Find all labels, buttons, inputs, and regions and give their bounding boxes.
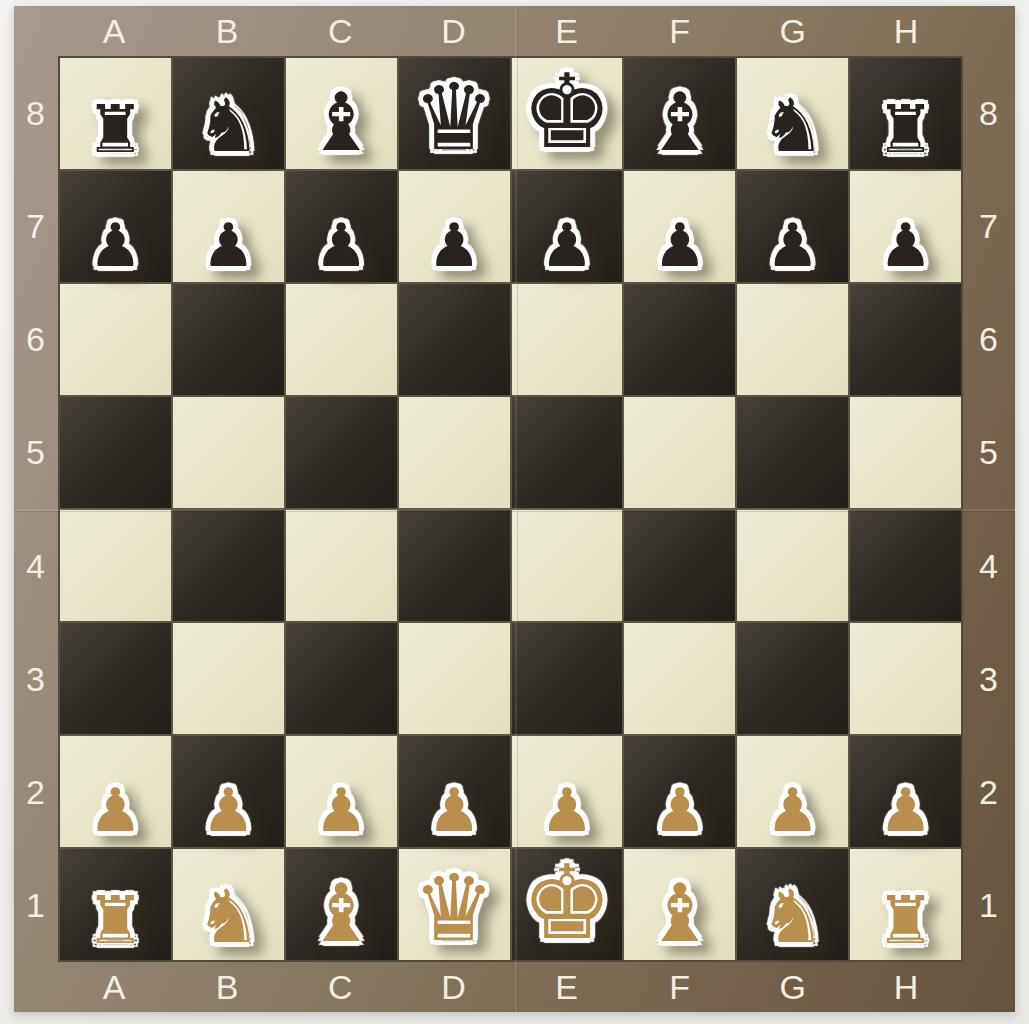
square-g2[interactable]: ♟ bbox=[737, 736, 848, 847]
rank-label-right-7: 7 bbox=[963, 169, 1015, 282]
chess-board: ABCDEFGH ABCDEFGH 87654321 87654321 ♜♞♝♛… bbox=[14, 6, 1015, 1012]
square-b7[interactable]: ♟ bbox=[173, 171, 284, 282]
file-label-bottom-b: B bbox=[171, 962, 284, 1012]
square-g4[interactable] bbox=[737, 510, 848, 621]
square-b5[interactable] bbox=[173, 397, 284, 508]
square-c1[interactable]: ♝ bbox=[286, 849, 397, 960]
piece-white-rook-a1[interactable]: ♜ bbox=[86, 889, 145, 960]
square-h4[interactable] bbox=[850, 510, 961, 621]
piece-black-pawn-e7[interactable]: ♟ bbox=[540, 217, 594, 282]
piece-white-bishop-c1[interactable]: ♝ bbox=[305, 876, 377, 960]
file-label-top-c: C bbox=[284, 6, 397, 56]
rank-label-right-4: 4 bbox=[963, 509, 1015, 622]
rank-label-left-4: 4 bbox=[14, 509, 58, 622]
piece-white-rook-h1[interactable]: ♜ bbox=[876, 889, 935, 960]
piece-black-queen-d8[interactable]: ♛ bbox=[413, 74, 495, 169]
square-f6[interactable] bbox=[624, 284, 735, 395]
square-d2[interactable]: ♟ bbox=[399, 736, 510, 847]
square-g7[interactable]: ♟ bbox=[737, 171, 848, 282]
file-label-top-b: B bbox=[171, 6, 284, 56]
rank-label-left-6: 6 bbox=[14, 283, 58, 396]
piece-white-pawn-c2[interactable]: ♟ bbox=[314, 782, 368, 847]
square-e4[interactable] bbox=[512, 510, 623, 621]
piece-black-pawn-c7[interactable]: ♟ bbox=[314, 217, 368, 282]
square-b1[interactable]: ♞ bbox=[173, 849, 284, 960]
square-c7[interactable]: ♟ bbox=[286, 171, 397, 282]
rank-label-right-1: 1 bbox=[963, 849, 1015, 962]
piece-white-knight-g1[interactable]: ♞ bbox=[760, 882, 826, 960]
square-c5[interactable] bbox=[286, 397, 397, 508]
square-e6[interactable] bbox=[512, 284, 623, 395]
square-e5[interactable] bbox=[512, 397, 623, 508]
square-f2[interactable]: ♟ bbox=[624, 736, 735, 847]
square-f4[interactable] bbox=[624, 510, 735, 621]
piece-white-pawn-f2[interactable]: ♟ bbox=[653, 782, 707, 847]
file-label-bottom-f: F bbox=[624, 962, 737, 1012]
square-h3[interactable] bbox=[850, 623, 961, 734]
square-c8[interactable]: ♝ bbox=[286, 58, 397, 169]
piece-white-pawn-a2[interactable]: ♟ bbox=[89, 782, 143, 847]
square-c2[interactable]: ♟ bbox=[286, 736, 397, 847]
square-d7[interactable]: ♟ bbox=[399, 171, 510, 282]
piece-black-knight-b8[interactable]: ♞ bbox=[195, 91, 261, 169]
rank-label-right-3: 3 bbox=[963, 622, 1015, 735]
piece-white-pawn-g2[interactable]: ♟ bbox=[766, 782, 820, 847]
square-h2[interactable]: ♟ bbox=[850, 736, 961, 847]
square-e8[interactable]: ♚ bbox=[512, 58, 623, 169]
file-label-top-a: A bbox=[58, 6, 171, 56]
piece-white-bishop-f1[interactable]: ♝ bbox=[644, 876, 716, 960]
square-d8[interactable]: ♛ bbox=[399, 58, 510, 169]
square-e7[interactable]: ♟ bbox=[512, 171, 623, 282]
square-b8[interactable]: ♞ bbox=[173, 58, 284, 169]
file-labels-bottom: ABCDEFGH bbox=[58, 962, 963, 1012]
piece-black-bishop-f8[interactable]: ♝ bbox=[644, 85, 716, 169]
square-c6[interactable] bbox=[286, 284, 397, 395]
square-c3[interactable] bbox=[286, 623, 397, 734]
file-label-top-f: F bbox=[624, 6, 737, 56]
square-d1[interactable]: ♛ bbox=[399, 849, 510, 960]
piece-black-pawn-h7[interactable]: ♟ bbox=[879, 217, 933, 282]
square-f7[interactable]: ♟ bbox=[624, 171, 735, 282]
rank-label-left-5: 5 bbox=[14, 396, 58, 509]
file-label-top-h: H bbox=[850, 6, 963, 56]
file-label-top-d: D bbox=[397, 6, 510, 56]
square-f5[interactable] bbox=[624, 397, 735, 508]
square-e1[interactable]: ♚ bbox=[512, 849, 623, 960]
square-a7[interactable]: ♟ bbox=[60, 171, 171, 282]
square-f3[interactable] bbox=[624, 623, 735, 734]
piece-white-pawn-e2[interactable]: ♟ bbox=[540, 782, 594, 847]
square-h6[interactable] bbox=[850, 284, 961, 395]
rank-label-left-3: 3 bbox=[14, 622, 58, 735]
square-g3[interactable] bbox=[737, 623, 848, 734]
piece-white-queen-d1[interactable]: ♛ bbox=[413, 865, 495, 960]
file-label-top-g: G bbox=[737, 6, 850, 56]
square-h1[interactable]: ♜ bbox=[850, 849, 961, 960]
square-b2[interactable]: ♟ bbox=[173, 736, 284, 847]
rank-label-right-6: 6 bbox=[963, 283, 1015, 396]
square-d6[interactable] bbox=[399, 284, 510, 395]
piece-white-pawn-d2[interactable]: ♟ bbox=[427, 782, 481, 847]
square-a6[interactable] bbox=[60, 284, 171, 395]
rank-label-right-5: 5 bbox=[963, 396, 1015, 509]
file-label-bottom-a: A bbox=[58, 962, 171, 1012]
piece-black-bishop-c8[interactable]: ♝ bbox=[305, 85, 377, 169]
piece-white-pawn-b2[interactable]: ♟ bbox=[201, 782, 255, 847]
rank-label-right-8: 8 bbox=[963, 56, 1015, 169]
rank-label-left-7: 7 bbox=[14, 169, 58, 282]
rank-label-right-2: 2 bbox=[963, 736, 1015, 849]
square-g8[interactable]: ♞ bbox=[737, 58, 848, 169]
file-label-top-e: E bbox=[511, 6, 624, 56]
square-b6[interactable] bbox=[173, 284, 284, 395]
square-h8[interactable]: ♜ bbox=[850, 58, 961, 169]
piece-black-pawn-g7[interactable]: ♟ bbox=[766, 217, 820, 282]
file-label-bottom-e: E bbox=[511, 962, 624, 1012]
piece-black-pawn-d7[interactable]: ♟ bbox=[427, 217, 481, 282]
square-b3[interactable] bbox=[173, 623, 284, 734]
square-g5[interactable] bbox=[737, 397, 848, 508]
square-h5[interactable] bbox=[850, 397, 961, 508]
piece-black-pawn-f7[interactable]: ♟ bbox=[653, 217, 707, 282]
piece-black-pawn-b7[interactable]: ♟ bbox=[201, 217, 255, 282]
rank-label-left-2: 2 bbox=[14, 736, 58, 849]
piece-white-knight-b1[interactable]: ♞ bbox=[195, 882, 261, 960]
piece-black-king-e8[interactable]: ♚ bbox=[521, 64, 612, 169]
square-a3[interactable] bbox=[60, 623, 171, 734]
file-label-bottom-c: C bbox=[284, 962, 397, 1012]
file-label-bottom-g: G bbox=[737, 962, 850, 1012]
square-a1[interactable]: ♜ bbox=[60, 849, 171, 960]
square-a5[interactable] bbox=[60, 397, 171, 508]
square-d3[interactable] bbox=[399, 623, 510, 734]
square-d5[interactable] bbox=[399, 397, 510, 508]
piece-black-rook-h8[interactable]: ♜ bbox=[876, 98, 935, 169]
piece-black-knight-g8[interactable]: ♞ bbox=[760, 91, 826, 169]
rank-label-left-1: 1 bbox=[14, 849, 58, 962]
square-c4[interactable] bbox=[286, 510, 397, 621]
square-f1[interactable]: ♝ bbox=[624, 849, 735, 960]
rank-labels-left: 87654321 bbox=[14, 56, 58, 962]
piece-white-king-e1[interactable]: ♚ bbox=[521, 855, 612, 960]
rank-label-left-8: 8 bbox=[14, 56, 58, 169]
file-label-bottom-h: H bbox=[850, 962, 963, 1012]
square-a4[interactable] bbox=[60, 510, 171, 621]
square-g1[interactable]: ♞ bbox=[737, 849, 848, 960]
piece-white-pawn-h2[interactable]: ♟ bbox=[879, 782, 933, 847]
square-d4[interactable] bbox=[399, 510, 510, 621]
square-e3[interactable] bbox=[512, 623, 623, 734]
piece-black-rook-a8[interactable]: ♜ bbox=[86, 98, 145, 169]
square-b4[interactable] bbox=[173, 510, 284, 621]
square-f8[interactable]: ♝ bbox=[624, 58, 735, 169]
square-a8[interactable]: ♜ bbox=[60, 58, 171, 169]
square-h7[interactable]: ♟ bbox=[850, 171, 961, 282]
square-g6[interactable] bbox=[737, 284, 848, 395]
square-e2[interactable]: ♟ bbox=[512, 736, 623, 847]
file-label-bottom-d: D bbox=[397, 962, 510, 1012]
file-labels-top: ABCDEFGH bbox=[58, 6, 963, 56]
square-a2[interactable]: ♟ bbox=[60, 736, 171, 847]
board-squares: ♜♞♝♛♚♝♞♜♟♟♟♟♟♟♟♟♟♟♟♟♟♟♟♟♜♞♝♛♚♝♞♜ bbox=[58, 56, 963, 962]
piece-black-pawn-a7[interactable]: ♟ bbox=[89, 217, 143, 282]
rank-labels-right: 87654321 bbox=[963, 56, 1015, 962]
